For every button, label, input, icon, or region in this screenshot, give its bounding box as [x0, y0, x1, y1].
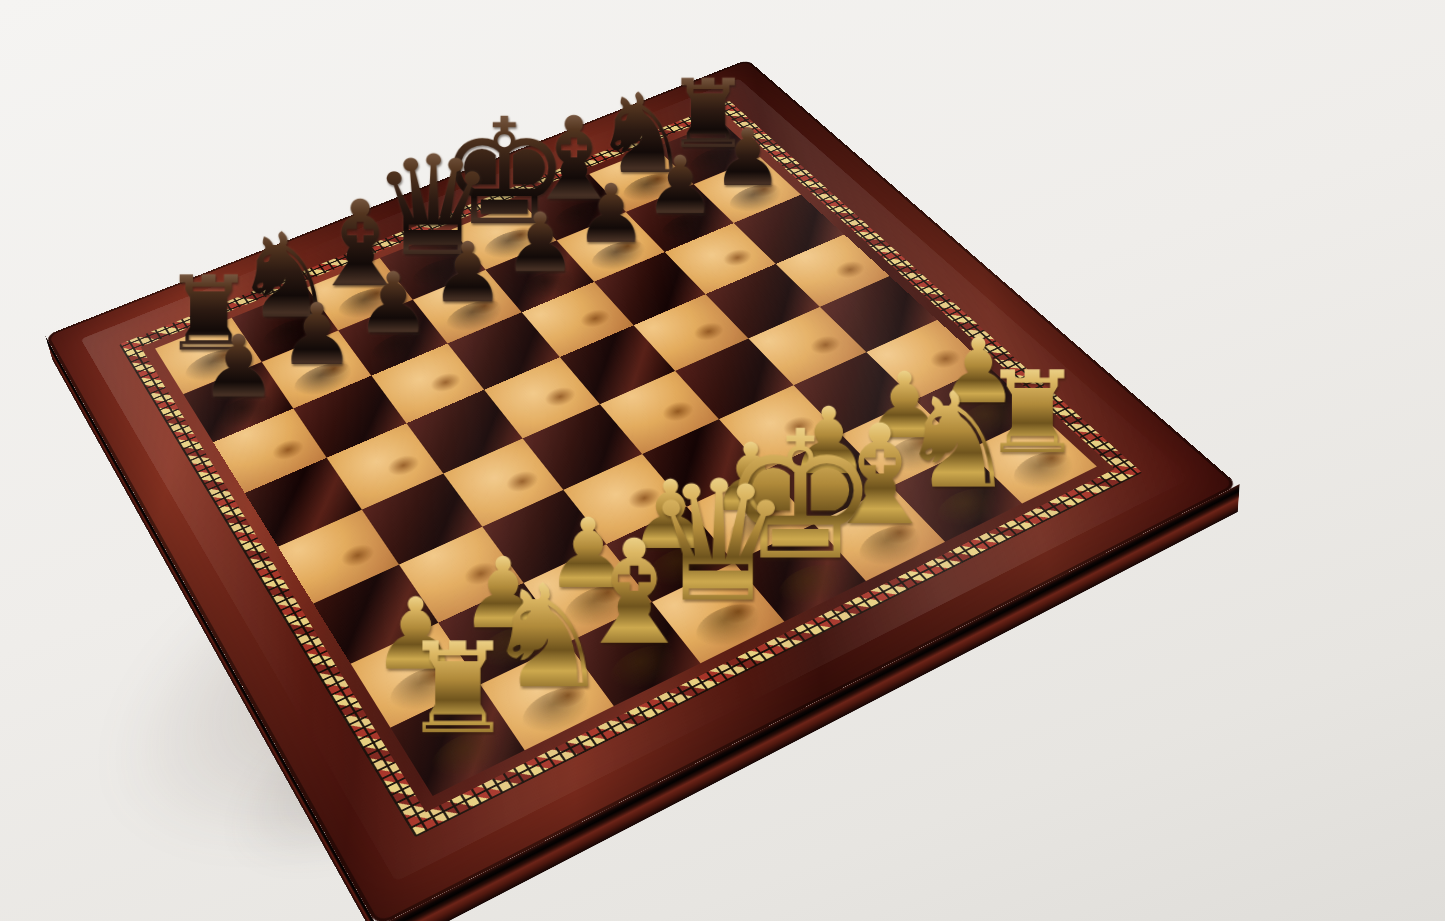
piece-black-pawn: ♟ [355, 265, 430, 342]
chess-board: ♜♞♝♛♚♝♞♜♟♟♟♟♟♟♟♟♟♟♟♟♟♟♟♟♜♞♝♛♚♝♞♜ [45, 60, 1238, 921]
piece-white-rook: ♜ [401, 630, 514, 746]
piece-black-pawn: ♟ [503, 206, 576, 281]
piece-black-pawn: ♟ [712, 122, 783, 195]
piece-black-pawn: ♟ [199, 328, 276, 407]
scene: ♜♞♝♛♚♝♞♜♟♟♟♟♟♟♟♟♟♟♟♟♟♟♟♟♜♞♝♛♚♝♞♜ [0, 0, 1445, 921]
piece-black-pawn: ♟ [278, 296, 354, 374]
playing-grid: ♜♞♝♛♚♝♞♜♟♟♟♟♟♟♟♟♟♟♟♟♟♟♟♟♜♞♝♛♚♝♞♜ [155, 121, 1097, 796]
piece-black-pawn: ♟ [430, 235, 504, 311]
studio-backdrop: ♜♞♝♛♚♝♞♜♟♟♟♟♟♟♟♟♟♟♟♟♟♟♟♟♜♞♝♛♚♝♞♜ [0, 0, 1445, 921]
piece-black-pawn: ♟ [574, 177, 647, 251]
piece-black-pawn: ♟ [644, 149, 716, 223]
